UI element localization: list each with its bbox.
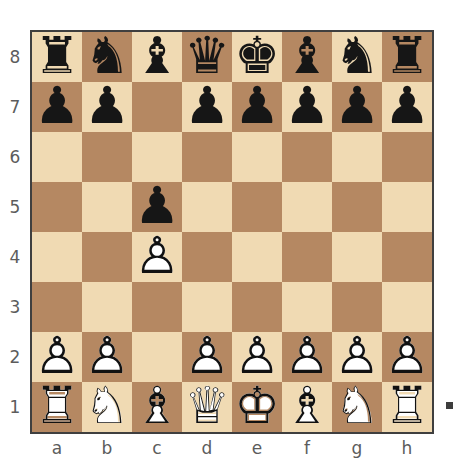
square-d7[interactable]: ♟ <box>182 82 232 132</box>
piece-black-pawn-b7: ♟ <box>82 82 132 132</box>
square-d6[interactable] <box>182 132 232 182</box>
piece-white-pawn-f2: ♟♙ <box>282 332 332 382</box>
square-g5[interactable] <box>332 182 382 232</box>
piece-black-pawn-h7: ♟ <box>382 82 432 132</box>
black-piece-fill: ♟ <box>132 181 182 231</box>
square-h8[interactable]: ♜ <box>382 32 432 82</box>
black-piece-fill: ♜ <box>32 31 82 81</box>
white-piece-outline: ♙ <box>382 331 432 381</box>
piece-black-pawn-c5: ♟ <box>132 182 182 232</box>
white-piece-outline: ♘ <box>332 381 382 431</box>
black-piece-fill: ♚ <box>232 31 282 81</box>
square-g2[interactable]: ♟♙ <box>332 332 382 382</box>
piece-white-pawn-h2: ♟♙ <box>382 332 432 382</box>
square-e6[interactable] <box>232 132 282 182</box>
piece-black-bishop-c8: ♝ <box>132 32 182 82</box>
black-piece-fill: ♜ <box>382 31 432 81</box>
white-piece-outline: ♗ <box>282 381 332 431</box>
square-a2[interactable]: ♟♙ <box>32 332 82 382</box>
square-a6[interactable] <box>32 132 82 182</box>
piece-black-queen-d8: ♛ <box>182 32 232 82</box>
piece-white-rook-a1: ♜♖ <box>32 382 82 432</box>
rank-label-5: 5 <box>0 182 30 232</box>
square-e8[interactable]: ♚ <box>232 32 282 82</box>
file-label-f: f <box>282 434 332 462</box>
square-d2[interactable]: ♟♙ <box>182 332 232 382</box>
white-piece-outline: ♙ <box>232 331 282 381</box>
square-a3[interactable] <box>32 282 82 332</box>
piece-black-pawn-e7: ♟ <box>232 82 282 132</box>
square-h4[interactable] <box>382 232 432 282</box>
black-piece-fill: ♝ <box>282 31 332 81</box>
square-b4[interactable] <box>82 232 132 282</box>
square-a5[interactable] <box>32 182 82 232</box>
square-a8[interactable]: ♜ <box>32 32 82 82</box>
square-f4[interactable] <box>282 232 332 282</box>
piece-white-knight-g1: ♞♘ <box>332 382 382 432</box>
white-piece-outline: ♙ <box>132 231 182 281</box>
white-piece-outline: ♖ <box>382 381 432 431</box>
square-a1[interactable]: ♜♖ <box>32 382 82 432</box>
square-b6[interactable] <box>82 132 132 182</box>
file-label-c: c <box>132 434 182 462</box>
rank-label-2: 2 <box>0 332 30 382</box>
square-f3[interactable] <box>282 282 332 332</box>
file-label-a: a <box>32 434 82 462</box>
piece-white-bishop-f1: ♝♗ <box>282 382 332 432</box>
square-c1[interactable]: ♝♗ <box>132 382 182 432</box>
square-c5[interactable]: ♟ <box>132 182 182 232</box>
square-c8[interactable]: ♝ <box>132 32 182 82</box>
white-piece-outline: ♘ <box>82 381 132 431</box>
black-piece-fill: ♟ <box>382 81 432 131</box>
piece-black-bishop-f8: ♝ <box>282 32 332 82</box>
white-piece-outline: ♙ <box>182 331 232 381</box>
square-c4[interactable]: ♟♙ <box>132 232 182 282</box>
white-piece-outline: ♙ <box>282 331 332 381</box>
black-piece-fill: ♟ <box>32 81 82 131</box>
black-piece-fill: ♟ <box>332 81 382 131</box>
piece-white-bishop-c1: ♝♗ <box>132 382 182 432</box>
square-f6[interactable] <box>282 132 332 182</box>
square-e3[interactable] <box>232 282 282 332</box>
square-d3[interactable] <box>182 282 232 332</box>
piece-black-rook-h8: ♜ <box>382 32 432 82</box>
chess-board: ♜♞♝♛♚♝♞♜♟♟♟♟♟♟♟♟♟♙♟♙♟♙♟♙♟♙♟♙♟♙♟♙♜♖♞♘♝♗♛♕… <box>30 30 434 434</box>
piece-white-pawn-b2: ♟♙ <box>82 332 132 382</box>
rank-label-6: 6 <box>0 132 30 182</box>
black-piece-fill: ♟ <box>82 81 132 131</box>
piece-black-knight-b8: ♞ <box>82 32 132 82</box>
file-label-e: e <box>232 434 282 462</box>
black-piece-fill: ♟ <box>232 81 282 131</box>
square-e5[interactable] <box>232 182 282 232</box>
piece-white-knight-b1: ♞♘ <box>82 382 132 432</box>
file-labels: abcdefgh <box>32 434 432 462</box>
square-f8[interactable]: ♝ <box>282 32 332 82</box>
piece-black-pawn-g7: ♟ <box>332 82 382 132</box>
white-piece-outline: ♔ <box>232 381 282 431</box>
square-h6[interactable] <box>382 132 432 182</box>
piece-white-pawn-c4: ♟♙ <box>132 232 182 282</box>
piece-white-queen-d1: ♛♕ <box>182 382 232 432</box>
square-b3[interactable] <box>82 282 132 332</box>
file-label-h: h <box>382 434 432 462</box>
file-label-g: g <box>332 434 382 462</box>
square-h2[interactable]: ♟♙ <box>382 332 432 382</box>
white-piece-outline: ♙ <box>332 331 382 381</box>
rank-label-7: 7 <box>0 82 30 132</box>
square-h7[interactable]: ♟ <box>382 82 432 132</box>
square-b5[interactable] <box>82 182 132 232</box>
square-b7[interactable]: ♟ <box>82 82 132 132</box>
rank-labels: 87654321 <box>0 32 30 432</box>
square-e1[interactable]: ♚♔ <box>232 382 282 432</box>
square-g1[interactable]: ♞♘ <box>332 382 382 432</box>
file-label-d: d <box>182 434 232 462</box>
black-piece-fill: ♛ <box>182 31 232 81</box>
white-piece-outline: ♕ <box>182 381 232 431</box>
square-f7[interactable]: ♟ <box>282 82 332 132</box>
square-b1[interactable]: ♞♘ <box>82 382 132 432</box>
black-piece-fill: ♞ <box>332 31 382 81</box>
square-c6[interactable] <box>132 132 182 182</box>
square-d8[interactable]: ♛ <box>182 32 232 82</box>
square-b8[interactable]: ♞ <box>82 32 132 82</box>
square-f5[interactable] <box>282 182 332 232</box>
square-e2[interactable]: ♟♙ <box>232 332 282 382</box>
square-a7[interactable]: ♟ <box>32 82 82 132</box>
square-f2[interactable]: ♟♙ <box>282 332 332 382</box>
square-h3[interactable] <box>382 282 432 332</box>
square-c2[interactable] <box>132 332 182 382</box>
white-piece-outline: ♖ <box>32 381 82 431</box>
square-g8[interactable]: ♞ <box>332 32 382 82</box>
square-g4[interactable] <box>332 232 382 282</box>
square-e4[interactable] <box>232 232 282 282</box>
rank-label-8: 8 <box>0 32 30 82</box>
square-c7[interactable] <box>132 82 182 132</box>
square-g3[interactable] <box>332 282 382 332</box>
square-a4[interactable] <box>32 232 82 282</box>
square-d5[interactable] <box>182 182 232 232</box>
piece-black-rook-a8: ♜ <box>32 32 82 82</box>
square-e7[interactable]: ♟ <box>232 82 282 132</box>
square-b2[interactable]: ♟♙ <box>82 332 132 382</box>
piece-white-pawn-e2: ♟♙ <box>232 332 282 382</box>
square-d1[interactable]: ♛♕ <box>182 382 232 432</box>
piece-black-knight-g8: ♞ <box>332 32 382 82</box>
square-c3[interactable] <box>132 282 182 332</box>
black-piece-fill: ♟ <box>182 81 232 131</box>
black-piece-fill: ♟ <box>282 81 332 131</box>
white-piece-outline: ♙ <box>82 331 132 381</box>
file-label-b: b <box>82 434 132 462</box>
piece-white-pawn-g2: ♟♙ <box>332 332 382 382</box>
piece-black-pawn-f7: ♟ <box>282 82 332 132</box>
white-piece-outline: ♗ <box>132 381 182 431</box>
piece-white-pawn-d2: ♟♙ <box>182 332 232 382</box>
black-piece-fill: ♞ <box>82 31 132 81</box>
square-g7[interactable]: ♟ <box>332 82 382 132</box>
square-d4[interactable] <box>182 232 232 282</box>
piece-black-pawn-a7: ♟ <box>32 82 82 132</box>
piece-white-rook-h1: ♜♖ <box>382 382 432 432</box>
piece-black-king-e8: ♚ <box>232 32 282 82</box>
rank-label-1: 1 <box>0 382 30 432</box>
piece-white-pawn-a2: ♟♙ <box>32 332 82 382</box>
chess-board-screen: 87654321 ♜♞♝♛♚♝♞♜♟♟♟♟♟♟♟♟♟♙♟♙♟♙♟♙♟♙♟♙♟♙♟… <box>0 0 464 464</box>
square-h5[interactable] <box>382 182 432 232</box>
rank-label-4: 4 <box>0 232 30 282</box>
piece-white-king-e1: ♚♔ <box>232 382 282 432</box>
rank-label-3: 3 <box>0 282 30 332</box>
turn-indicator <box>446 402 453 409</box>
white-piece-outline: ♙ <box>32 331 82 381</box>
square-h1[interactable]: ♜♖ <box>382 382 432 432</box>
square-f1[interactable]: ♝♗ <box>282 382 332 432</box>
black-piece-fill: ♝ <box>132 31 182 81</box>
piece-black-pawn-d7: ♟ <box>182 82 232 132</box>
square-g6[interactable] <box>332 132 382 182</box>
